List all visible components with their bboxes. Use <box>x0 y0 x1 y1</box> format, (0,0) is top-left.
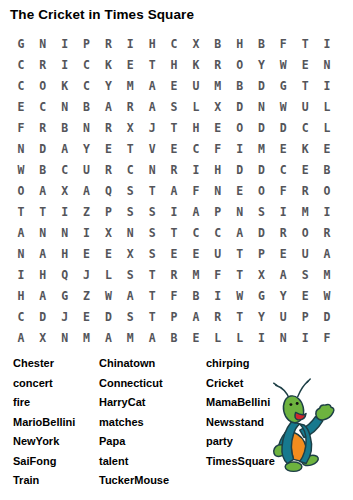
grid-cell-r1c9[interactable]: X <box>185 33 207 54</box>
grid-cell-r7c6[interactable]: C <box>119 159 141 180</box>
grid-cell-r2c9[interactable]: K <box>185 54 207 75</box>
grid-cell-r14c1[interactable]: C <box>10 307 32 328</box>
grid-cell-r10c14[interactable]: O <box>294 223 316 244</box>
word-list-item: Chester <box>13 354 75 374</box>
grid-cell-r12c2[interactable]: H <box>32 265 54 286</box>
grid-cell-r14c14[interactable]: P <box>294 307 316 328</box>
grid-cell-r6c15[interactable]: E <box>316 138 338 159</box>
grid-cell-r7c3[interactable]: C <box>54 159 76 180</box>
grid-cell-r15c12[interactable]: I <box>251 328 273 349</box>
grid-cell-r11c4[interactable]: E <box>76 244 98 265</box>
grid-cell-r9c5[interactable]: P <box>97 202 119 223</box>
word-list-item: TimesSquare <box>206 452 275 472</box>
grid-cell-r10c6[interactable]: N <box>119 223 141 244</box>
grid-cell-r5c15[interactable]: L <box>316 117 338 138</box>
grid-cell-r12c7[interactable]: T <box>141 265 163 286</box>
grid-cell-r13c7[interactable]: T <box>141 286 163 307</box>
grid-cell-r1c10[interactable]: B <box>207 33 229 54</box>
grid-cell-r7c8[interactable]: R <box>163 159 185 180</box>
grid-cell-r4c7[interactable]: A <box>141 96 163 117</box>
word-list-item: Papa <box>99 432 169 452</box>
grid-cell-r13c4[interactable]: Z <box>76 286 98 307</box>
grid-cell-r14c11[interactable]: T <box>229 307 251 328</box>
grid-cell-r10c2[interactable]: N <box>32 223 54 244</box>
grid-cell-r10c15[interactable]: R <box>316 223 338 244</box>
grid-cell-r12c4[interactable]: J <box>76 265 98 286</box>
grid-cell-r3c15[interactable]: I <box>316 75 338 96</box>
word-list-item: talent <box>99 452 169 472</box>
grid-cell-r10c12[interactable]: D <box>251 223 273 244</box>
grid-cell-r1c7[interactable]: H <box>141 33 163 54</box>
grid-cell-r9c10[interactable]: P <box>207 202 229 223</box>
grid-cell-r2c8[interactable]: H <box>163 54 185 75</box>
grid-cell-r5c14[interactable]: C <box>294 117 316 138</box>
grid-cell-r7c2[interactable]: B <box>32 159 54 180</box>
grid-cell-r9c6[interactable]: S <box>119 202 141 223</box>
grid-cell-r13c11[interactable]: W <box>229 286 251 307</box>
grid-cell-r15c13[interactable]: N <box>272 328 294 349</box>
grid-cell-r13c9[interactable]: B <box>185 286 207 307</box>
grid-cell-r6c6[interactable]: T <box>119 138 141 159</box>
grid-cell-r3c9[interactable]: U <box>185 75 207 96</box>
grid-cell-r1c13[interactable]: F <box>272 33 294 54</box>
grid-cell-r15c5[interactable]: A <box>97 328 119 349</box>
grid-cell-r14c9[interactable]: A <box>185 307 207 328</box>
word-list-item: matches <box>99 413 169 433</box>
grid-cell-r6c3[interactable]: A <box>54 138 76 159</box>
grid-cell-r8c6[interactable]: S <box>119 180 141 201</box>
grid-cell-r3c2[interactable]: O <box>32 75 54 96</box>
grid-cell-r6c5[interactable]: E <box>97 138 119 159</box>
word-list-item: TuckerMouse <box>99 471 169 491</box>
grid-cell-r4c6[interactable]: R <box>119 96 141 117</box>
grid-cell-r4c5[interactable]: A <box>97 96 119 117</box>
grid-cell-r2c3[interactable]: I <box>54 54 76 75</box>
grid-cell-r15c14[interactable]: I <box>294 328 316 349</box>
grid-cell-r15c1[interactable]: A <box>10 328 32 349</box>
grid-cell-r6c2[interactable]: D <box>32 138 54 159</box>
grid-cell-r9c8[interactable]: I <box>163 202 185 223</box>
grid-cell-r2c5[interactable]: K <box>97 54 119 75</box>
grid-cell-r10c10[interactable]: C <box>207 223 229 244</box>
grid-cell-r3c6[interactable]: M <box>119 75 141 96</box>
grid-cell-r14c8[interactable]: P <box>163 307 185 328</box>
grid-cell-r2c12[interactable]: Y <box>251 54 273 75</box>
word-search-grid: GNIPRIHCXBHBFTICRICKETHKROYWENCOKCYMAEUM… <box>10 33 338 349</box>
grid-cell-r7c4[interactable]: U <box>76 159 98 180</box>
grid-cell-r9c15[interactable]: I <box>316 202 338 223</box>
grid-cell-r9c4[interactable]: Z <box>76 202 98 223</box>
grid-cell-r2c2[interactable]: R <box>32 54 54 75</box>
grid-cell-r13c10[interactable]: I <box>207 286 229 307</box>
grid-cell-r3c7[interactable]: A <box>141 75 163 96</box>
grid-cell-r10c7[interactable]: S <box>141 223 163 244</box>
grid-cell-r5c4[interactable]: N <box>76 117 98 138</box>
word-list-item: Newsstand <box>206 413 275 433</box>
grid-cell-r2c1[interactable]: C <box>10 54 32 75</box>
grid-cell-r8c9[interactable]: F <box>185 180 207 201</box>
grid-cell-r14c15[interactable]: D <box>316 307 338 328</box>
grid-cell-r6c10[interactable]: F <box>207 138 229 159</box>
grid-cell-r11c12[interactable]: P <box>251 244 273 265</box>
grid-cell-r7c7[interactable]: N <box>141 159 163 180</box>
grid-cell-r12c11[interactable]: T <box>229 265 251 286</box>
grid-cell-r12c6[interactable]: S <box>119 265 141 286</box>
grid-cell-r3c4[interactable]: C <box>76 75 98 96</box>
grid-cell-r4c9[interactable]: L <box>185 96 207 117</box>
grid-cell-r8c8[interactable]: A <box>163 180 185 201</box>
grid-cell-r8c4[interactable]: A <box>76 180 98 201</box>
grid-cell-r9c14[interactable]: M <box>294 202 316 223</box>
grid-cell-r9c3[interactable]: I <box>54 202 76 223</box>
grid-cell-r5c9[interactable]: H <box>185 117 207 138</box>
grid-cell-r15c4[interactable]: M <box>76 328 98 349</box>
grid-cell-r3c1[interactable]: C <box>10 75 32 96</box>
grid-cell-r8c1[interactable]: O <box>10 180 32 201</box>
grid-cell-r11c1[interactable]: N <box>10 244 32 265</box>
grid-cell-r12c9[interactable]: M <box>185 265 207 286</box>
word-list-item: concert <box>13 374 75 394</box>
grid-cell-r4c1[interactable]: E <box>10 96 32 117</box>
grid-cell-r12c1[interactable]: I <box>10 265 32 286</box>
grid-cell-r8c5[interactable]: Q <box>97 180 119 201</box>
grid-cell-r6c1[interactable]: N <box>10 138 32 159</box>
grid-cell-r3c5[interactable]: Y <box>97 75 119 96</box>
grid-cell-r14c3[interactable]: J <box>54 307 76 328</box>
grid-cell-r15c11[interactable]: L <box>229 328 251 349</box>
word-list-item: fire <box>13 393 75 413</box>
grid-cell-r15c3[interactable]: N <box>54 328 76 349</box>
grid-cell-r1c14[interactable]: T <box>294 33 316 54</box>
grid-cell-r1c5[interactable]: R <box>97 33 119 54</box>
grid-cell-r2c13[interactable]: W <box>272 54 294 75</box>
cricket-mascot-illustration <box>268 378 342 474</box>
grid-cell-r5c6[interactable]: X <box>119 117 141 138</box>
grid-cell-r10c3[interactable]: N <box>54 223 76 244</box>
grid-cell-r15c2[interactable]: X <box>32 328 54 349</box>
grid-cell-r6c7[interactable]: V <box>141 138 163 159</box>
cricket-icon <box>268 378 342 474</box>
grid-cell-r14c13[interactable]: U <box>272 307 294 328</box>
grid-cell-r1c12[interactable]: B <box>251 33 273 54</box>
word-list-item: Connecticut <box>99 374 169 394</box>
word-list-item: SaiFong <box>13 452 75 472</box>
grid-cell-r11c8[interactable]: E <box>163 244 185 265</box>
grid-cell-r3c3[interactable]: K <box>54 75 76 96</box>
grid-cell-r4c3[interactable]: N <box>54 96 76 117</box>
grid-cell-r8c14[interactable]: R <box>294 180 316 201</box>
grid-cell-r3c10[interactable]: M <box>207 75 229 96</box>
grid-cell-r5c3[interactable]: B <box>54 117 76 138</box>
grid-cell-r7c11[interactable]: D <box>229 159 251 180</box>
word-list-item: HarryCat <box>99 393 169 413</box>
word-list-item: Cricket <box>206 374 275 394</box>
grid-cell-r3c12[interactable]: D <box>251 75 273 96</box>
grid-cell-r6c4[interactable]: Y <box>76 138 98 159</box>
grid-cell-r5c1[interactable]: F <box>10 117 32 138</box>
grid-cell-r11c7[interactable]: S <box>141 244 163 265</box>
grid-cell-r3c13[interactable]: G <box>272 75 294 96</box>
grid-cell-r13c13[interactable]: Y <box>272 286 294 307</box>
grid-cell-r8c15[interactable]: O <box>316 180 338 201</box>
grid-cell-r5c10[interactable]: E <box>207 117 229 138</box>
grid-cell-r12c14[interactable]: S <box>294 265 316 286</box>
grid-cell-r11c15[interactable]: A <box>316 244 338 265</box>
grid-cell-r9c7[interactable]: S <box>141 202 163 223</box>
grid-cell-r10c13[interactable]: R <box>272 223 294 244</box>
grid-cell-r2c11[interactable]: O <box>229 54 251 75</box>
grid-cell-r15c6[interactable]: M <box>119 328 141 349</box>
grid-cell-r12c3[interactable]: Q <box>54 265 76 286</box>
grid-cell-r12c13[interactable]: A <box>272 265 294 286</box>
grid-cell-r8c3[interactable]: X <box>54 180 76 201</box>
grid-cell-r10c9[interactable]: C <box>185 223 207 244</box>
grid-cell-r8c2[interactable]: A <box>32 180 54 201</box>
grid-cell-r5c13[interactable]: D <box>272 117 294 138</box>
grid-cell-r5c7[interactable]: J <box>141 117 163 138</box>
grid-cell-r11c2[interactable]: A <box>32 244 54 265</box>
grid-cell-r11c13[interactable]: E <box>272 244 294 265</box>
grid-cell-r8c11[interactable]: E <box>229 180 251 201</box>
grid-cell-r12c5[interactable]: L <box>97 265 119 286</box>
grid-cell-r5c5[interactable]: R <box>97 117 119 138</box>
grid-cell-r12c12[interactable]: X <box>251 265 273 286</box>
grid-cell-r5c11[interactable]: O <box>229 117 251 138</box>
grid-cell-r6c14[interactable]: K <box>294 138 316 159</box>
grid-cell-r4c12[interactable]: N <box>251 96 273 117</box>
word-list-column-3: chirpingCricketMamaBelliniNewsstandparty… <box>206 354 275 471</box>
grid-cell-r8c13[interactable]: F <box>272 180 294 201</box>
grid-cell-r11c6[interactable]: X <box>119 244 141 265</box>
grid-cell-r4c2[interactable]: C <box>32 96 54 117</box>
grid-cell-r4c14[interactable]: U <box>294 96 316 117</box>
grid-cell-r15c10[interactable]: L <box>207 328 229 349</box>
grid-cell-r2c15[interactable]: N <box>316 54 338 75</box>
grid-cell-r1c4[interactable]: P <box>76 33 98 54</box>
grid-cell-r12c10[interactable]: F <box>207 265 229 286</box>
grid-cell-r13c2[interactable]: A <box>32 286 54 307</box>
grid-cell-r13c1[interactable]: H <box>10 286 32 307</box>
grid-cell-r12c15[interactable]: M <box>316 265 338 286</box>
grid-cell-r9c2[interactable]: T <box>32 202 54 223</box>
grid-cell-r13c6[interactable]: A <box>119 286 141 307</box>
grid-cell-r7c14[interactable]: E <box>294 159 316 180</box>
grid-cell-r8c10[interactable]: N <box>207 180 229 201</box>
grid-cell-r9c1[interactable]: T <box>10 202 32 223</box>
grid-cell-r10c5[interactable]: X <box>97 223 119 244</box>
grid-cell-r11c11[interactable]: T <box>229 244 251 265</box>
grid-cell-r14c6[interactable]: S <box>119 307 141 328</box>
word-list-column-2: ChinatownConnecticutHarryCatmatchesPapat… <box>99 354 169 491</box>
grid-cell-r6c9[interactable]: C <box>185 138 207 159</box>
grid-cell-r15c9[interactable]: E <box>185 328 207 349</box>
grid-cell-r7c5[interactable]: R <box>97 159 119 180</box>
grid-cell-r3c11[interactable]: B <box>229 75 251 96</box>
grid-cell-r2c4[interactable]: C <box>76 54 98 75</box>
grid-cell-r4c11[interactable]: D <box>229 96 251 117</box>
grid-cell-r11c9[interactable]: E <box>185 244 207 265</box>
word-list-item: NewYork <box>13 432 75 452</box>
grid-cell-r1c2[interactable]: N <box>32 33 54 54</box>
grid-cell-r8c12[interactable]: O <box>251 180 273 201</box>
grid-cell-r13c14[interactable]: E <box>294 286 316 307</box>
grid-cell-r13c12[interactable]: G <box>251 286 273 307</box>
grid-cell-r14c5[interactable]: D <box>97 307 119 328</box>
word-list-item: chirping <box>206 354 275 374</box>
grid-cell-r11c5[interactable]: E <box>97 244 119 265</box>
grid-cell-r11c10[interactable]: U <box>207 244 229 265</box>
grid-cell-r1c3[interactable]: I <box>54 33 76 54</box>
grid-cell-r10c4[interactable]: I <box>76 223 98 244</box>
grid-cell-r4c13[interactable]: W <box>272 96 294 117</box>
grid-cell-r2c7[interactable]: T <box>141 54 163 75</box>
grid-cell-r7c13[interactable]: C <box>272 159 294 180</box>
grid-cell-r1c15[interactable]: I <box>316 33 338 54</box>
grid-cell-r4c4[interactable]: B <box>76 96 98 117</box>
grid-cell-r7c1[interactable]: W <box>10 159 32 180</box>
grid-cell-r11c14[interactable]: U <box>294 244 316 265</box>
grid-cell-r5c2[interactable]: R <box>32 117 54 138</box>
grid-cell-r7c9[interactable]: I <box>185 159 207 180</box>
grid-cell-r2c10[interactable]: R <box>207 54 229 75</box>
grid-cell-r14c10[interactable]: R <box>207 307 229 328</box>
page-title: The Cricket in Times Square <box>10 7 194 22</box>
grid-cell-r4c15[interactable]: L <box>316 96 338 117</box>
word-list-item: MamaBellini <box>206 393 275 413</box>
grid-cell-r15c15[interactable]: F <box>316 328 338 349</box>
grid-cell-r1c8[interactable]: C <box>163 33 185 54</box>
grid-cell-r13c3[interactable]: G <box>54 286 76 307</box>
grid-cell-r1c11[interactable]: H <box>229 33 251 54</box>
grid-cell-r9c12[interactable]: S <box>251 202 273 223</box>
grid-cell-r2c14[interactable]: E <box>294 54 316 75</box>
grid-cell-r4c10[interactable]: X <box>207 96 229 117</box>
grid-cell-r13c15[interactable]: W <box>316 286 338 307</box>
grid-cell-r14c12[interactable]: Y <box>251 307 273 328</box>
word-list-item: MarioBellini <box>13 413 75 433</box>
grid-cell-r13c5[interactable]: W <box>97 286 119 307</box>
grid-cell-r4c8[interactable]: S <box>163 96 185 117</box>
grid-cell-r14c2[interactable]: D <box>32 307 54 328</box>
grid-cell-r1c6[interactable]: I <box>119 33 141 54</box>
word-list-item: party <box>206 432 275 452</box>
grid-cell-r3c8[interactable]: E <box>163 75 185 96</box>
grid-cell-r14c7[interactable]: T <box>141 307 163 328</box>
grid-cell-r13c8[interactable]: F <box>163 286 185 307</box>
grid-cell-r9c11[interactable]: N <box>229 202 251 223</box>
grid-cell-r14c4[interactable]: E <box>76 307 98 328</box>
grid-cell-r15c7[interactable]: A <box>141 328 163 349</box>
grid-cell-r10c8[interactable]: T <box>163 223 185 244</box>
grid-cell-r3c14[interactable]: T <box>294 75 316 96</box>
grid-cell-r9c9[interactable]: A <box>185 202 207 223</box>
word-list-item: Chinatown <box>99 354 169 374</box>
grid-cell-r11c3[interactable]: H <box>54 244 76 265</box>
grid-cell-r1c1[interactable]: G <box>10 33 32 54</box>
word-list-column-1: ChesterconcertfireMarioBelliniNewYorkSai… <box>13 354 75 491</box>
grid-cell-r12c8[interactable]: R <box>163 265 185 286</box>
grid-cell-r6c12[interactable]: M <box>251 138 273 159</box>
grid-cell-r7c12[interactable]: D <box>251 159 273 180</box>
grid-cell-r5c8[interactable]: T <box>163 117 185 138</box>
grid-cell-r15c8[interactable]: B <box>163 328 185 349</box>
grid-cell-r5c12[interactable]: D <box>251 117 273 138</box>
grid-cell-r6c13[interactable]: E <box>272 138 294 159</box>
grid-cell-r9c13[interactable]: I <box>272 202 294 223</box>
grid-cell-r7c10[interactable]: H <box>207 159 229 180</box>
word-list-item: Train <box>13 471 75 491</box>
grid-cell-r2c6[interactable]: E <box>119 54 141 75</box>
grid-cell-r10c1[interactable]: A <box>10 223 32 244</box>
grid-cell-r10c11[interactable]: A <box>229 223 251 244</box>
grid-cell-r6c8[interactable]: E <box>163 138 185 159</box>
grid-cell-r6c11[interactable]: I <box>229 138 251 159</box>
grid-cell-r7c15[interactable]: B <box>316 159 338 180</box>
grid-cell-r8c7[interactable]: T <box>141 180 163 201</box>
